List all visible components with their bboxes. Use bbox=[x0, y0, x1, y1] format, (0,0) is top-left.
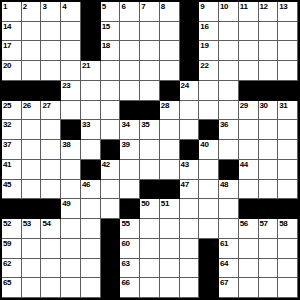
black-square bbox=[120, 101, 140, 121]
black-square bbox=[41, 199, 61, 219]
white-square[interactable] bbox=[199, 160, 219, 180]
white-square[interactable]: 21 bbox=[81, 61, 101, 81]
white-square[interactable] bbox=[22, 61, 42, 81]
white-square[interactable] bbox=[259, 160, 279, 180]
white-square[interactable]: 24 bbox=[180, 81, 200, 101]
white-square[interactable]: 16 bbox=[199, 22, 219, 42]
white-square[interactable]: 25 bbox=[2, 101, 22, 121]
black-square bbox=[41, 81, 61, 101]
white-square[interactable]: 14 bbox=[2, 22, 22, 42]
white-square[interactable] bbox=[120, 61, 140, 81]
white-square[interactable] bbox=[41, 140, 61, 160]
clue-number: 28 bbox=[161, 101, 169, 110]
black-square bbox=[2, 81, 22, 101]
clue-number: 61 bbox=[220, 239, 228, 248]
white-square[interactable] bbox=[259, 278, 279, 298]
white-square[interactable]: 5 bbox=[101, 2, 121, 22]
white-square[interactable] bbox=[160, 259, 180, 279]
clue-number: 67 bbox=[220, 278, 228, 287]
white-square[interactable] bbox=[41, 259, 61, 279]
white-square[interactable]: 45 bbox=[2, 180, 22, 200]
white-square[interactable] bbox=[140, 278, 160, 298]
white-square[interactable] bbox=[278, 278, 298, 298]
black-square bbox=[101, 239, 121, 259]
white-square[interactable] bbox=[101, 199, 121, 219]
white-square[interactable]: 19 bbox=[199, 41, 219, 61]
white-square[interactable]: 30 bbox=[259, 101, 279, 121]
white-square[interactable] bbox=[140, 22, 160, 42]
white-square[interactable] bbox=[239, 61, 259, 81]
black-square bbox=[2, 199, 22, 219]
white-square[interactable] bbox=[22, 160, 42, 180]
white-square[interactable] bbox=[140, 41, 160, 61]
white-square[interactable]: 18 bbox=[101, 41, 121, 61]
white-square[interactable]: 47 bbox=[180, 180, 200, 200]
white-square[interactable] bbox=[199, 81, 219, 101]
white-square[interactable] bbox=[199, 180, 219, 200]
white-square[interactable] bbox=[278, 180, 298, 200]
white-square[interactable]: 65 bbox=[2, 278, 22, 298]
white-square[interactable] bbox=[259, 180, 279, 200]
white-square[interactable] bbox=[120, 81, 140, 101]
white-square[interactable] bbox=[219, 140, 239, 160]
white-square[interactable]: 42 bbox=[101, 160, 121, 180]
black-square bbox=[219, 160, 239, 180]
white-square[interactable] bbox=[61, 160, 81, 180]
white-square[interactable]: 67 bbox=[219, 278, 239, 298]
white-square[interactable] bbox=[41, 180, 61, 200]
white-square[interactable]: 17 bbox=[2, 41, 22, 61]
white-square[interactable] bbox=[160, 41, 180, 61]
clue-number: 56 bbox=[240, 219, 248, 228]
white-square[interactable] bbox=[61, 61, 81, 81]
white-square[interactable] bbox=[81, 140, 101, 160]
white-square[interactable] bbox=[239, 180, 259, 200]
clue-number: 22 bbox=[200, 61, 208, 70]
white-square[interactable]: 12 bbox=[259, 2, 279, 22]
white-square[interactable]: 7 bbox=[140, 2, 160, 22]
white-square[interactable] bbox=[180, 259, 200, 279]
white-square[interactable] bbox=[41, 278, 61, 298]
black-square bbox=[199, 259, 219, 279]
white-square[interactable] bbox=[160, 140, 180, 160]
white-square[interactable]: 35 bbox=[140, 120, 160, 140]
clue-number: 7 bbox=[141, 2, 145, 11]
white-square[interactable] bbox=[81, 101, 101, 121]
white-square[interactable] bbox=[140, 160, 160, 180]
white-square[interactable]: 10 bbox=[219, 2, 239, 22]
clue-number: 8 bbox=[161, 2, 165, 11]
white-square[interactable] bbox=[101, 81, 121, 101]
white-square[interactable] bbox=[120, 180, 140, 200]
clue-number: 30 bbox=[260, 101, 268, 110]
white-square[interactable] bbox=[140, 81, 160, 101]
white-square[interactable] bbox=[259, 239, 279, 259]
clue-number: 37 bbox=[3, 140, 11, 149]
clue-number: 38 bbox=[62, 140, 70, 149]
white-square[interactable]: 32 bbox=[2, 120, 22, 140]
clue-number: 66 bbox=[121, 278, 129, 287]
white-square[interactable]: 34 bbox=[120, 120, 140, 140]
white-square[interactable] bbox=[239, 120, 259, 140]
white-square[interactable] bbox=[278, 41, 298, 61]
clue-number: 54 bbox=[42, 219, 50, 228]
white-square[interactable] bbox=[101, 61, 121, 81]
white-square[interactable] bbox=[22, 41, 42, 61]
white-square[interactable] bbox=[160, 120, 180, 140]
white-square[interactable] bbox=[22, 22, 42, 42]
white-square[interactable] bbox=[278, 160, 298, 180]
black-square bbox=[120, 199, 140, 219]
clue-number: 1 bbox=[3, 2, 7, 11]
white-square[interactable] bbox=[22, 140, 42, 160]
white-square[interactable]: 28 bbox=[160, 101, 180, 121]
black-square bbox=[259, 199, 279, 219]
white-square[interactable]: 36 bbox=[219, 120, 239, 140]
white-square[interactable]: 44 bbox=[239, 160, 259, 180]
clue-number: 23 bbox=[62, 81, 70, 90]
white-square[interactable] bbox=[219, 101, 239, 121]
black-square bbox=[180, 61, 200, 81]
black-square bbox=[81, 22, 101, 42]
clue-number: 17 bbox=[3, 41, 11, 50]
white-square[interactable]: 51 bbox=[160, 199, 180, 219]
clue-number: 10 bbox=[220, 2, 228, 11]
black-square bbox=[22, 199, 42, 219]
black-square bbox=[22, 81, 42, 101]
clue-number: 29 bbox=[240, 101, 248, 110]
white-square[interactable] bbox=[278, 61, 298, 81]
white-square[interactable]: 1 bbox=[2, 2, 22, 22]
clue-number: 9 bbox=[200, 2, 204, 11]
black-square bbox=[278, 81, 298, 101]
white-square[interactable] bbox=[81, 278, 101, 298]
clue-number: 60 bbox=[121, 239, 129, 248]
clue-number: 12 bbox=[260, 2, 268, 11]
white-square[interactable] bbox=[120, 22, 140, 42]
white-square[interactable] bbox=[22, 259, 42, 279]
white-square[interactable] bbox=[22, 239, 42, 259]
white-square[interactable]: 4 bbox=[61, 2, 81, 22]
white-square[interactable]: 48 bbox=[219, 180, 239, 200]
white-square[interactable] bbox=[219, 81, 239, 101]
white-square[interactable]: 15 bbox=[101, 22, 121, 42]
white-square[interactable] bbox=[180, 239, 200, 259]
white-square[interactable] bbox=[22, 278, 42, 298]
white-square[interactable]: 11 bbox=[239, 2, 259, 22]
clue-number: 48 bbox=[220, 180, 228, 189]
black-square bbox=[101, 259, 121, 279]
white-square[interactable]: 54 bbox=[41, 219, 61, 239]
white-square[interactable] bbox=[259, 61, 279, 81]
white-square[interactable] bbox=[140, 140, 160, 160]
white-square[interactable]: 39 bbox=[120, 140, 140, 160]
black-square bbox=[81, 2, 101, 22]
white-square[interactable] bbox=[160, 61, 180, 81]
white-square[interactable]: 61 bbox=[219, 239, 239, 259]
white-square[interactable] bbox=[219, 199, 239, 219]
white-square[interactable] bbox=[41, 41, 61, 61]
clue-number: 15 bbox=[102, 22, 110, 31]
white-square[interactable]: 41 bbox=[2, 160, 22, 180]
black-square bbox=[81, 160, 101, 180]
white-square[interactable] bbox=[199, 199, 219, 219]
white-square[interactable] bbox=[140, 219, 160, 239]
white-square[interactable] bbox=[41, 120, 61, 140]
black-square bbox=[239, 199, 259, 219]
white-square[interactable] bbox=[140, 239, 160, 259]
white-square[interactable]: 27 bbox=[41, 101, 61, 121]
white-square[interactable] bbox=[259, 120, 279, 140]
white-square[interactable]: 31 bbox=[278, 101, 298, 121]
clue-number: 6 bbox=[121, 2, 125, 11]
clue-number: 14 bbox=[3, 22, 11, 31]
white-square[interactable] bbox=[259, 259, 279, 279]
white-square[interactable]: 29 bbox=[239, 101, 259, 121]
white-square[interactable] bbox=[239, 278, 259, 298]
white-square[interactable] bbox=[180, 199, 200, 219]
white-square[interactable] bbox=[22, 120, 42, 140]
white-square[interactable] bbox=[278, 22, 298, 42]
white-square[interactable] bbox=[81, 259, 101, 279]
white-square[interactable]: 64 bbox=[219, 259, 239, 279]
white-square[interactable] bbox=[219, 61, 239, 81]
clue-number: 33 bbox=[82, 120, 90, 129]
white-square[interactable] bbox=[278, 120, 298, 140]
clue-number: 5 bbox=[102, 2, 106, 11]
white-square[interactable]: 9 bbox=[199, 2, 219, 22]
white-square[interactable] bbox=[219, 219, 239, 239]
white-square[interactable] bbox=[160, 160, 180, 180]
white-square[interactable]: 8 bbox=[160, 2, 180, 22]
white-square[interactable]: 43 bbox=[180, 160, 200, 180]
white-square[interactable]: 33 bbox=[81, 120, 101, 140]
white-square[interactable] bbox=[278, 140, 298, 160]
white-square[interactable] bbox=[61, 180, 81, 200]
white-square[interactable] bbox=[259, 140, 279, 160]
white-square[interactable] bbox=[41, 160, 61, 180]
white-square[interactable] bbox=[41, 22, 61, 42]
white-square[interactable] bbox=[61, 219, 81, 239]
white-square[interactable] bbox=[61, 41, 81, 61]
white-square[interactable] bbox=[41, 61, 61, 81]
clue-number: 58 bbox=[279, 219, 287, 228]
clue-number: 45 bbox=[3, 180, 11, 189]
clue-number: 42 bbox=[102, 160, 110, 169]
black-square bbox=[180, 2, 200, 22]
white-square[interactable] bbox=[61, 101, 81, 121]
white-square[interactable]: 2 bbox=[22, 2, 42, 22]
white-square[interactable]: 49 bbox=[61, 199, 81, 219]
white-square[interactable] bbox=[239, 22, 259, 42]
black-square bbox=[180, 41, 200, 61]
black-square bbox=[199, 278, 219, 298]
clue-number: 46 bbox=[82, 180, 90, 189]
clue-number: 27 bbox=[42, 101, 50, 110]
white-square[interactable] bbox=[259, 22, 279, 42]
clue-number: 53 bbox=[23, 219, 31, 228]
white-square[interactable] bbox=[199, 101, 219, 121]
white-square[interactable]: 50 bbox=[140, 199, 160, 219]
white-square[interactable] bbox=[160, 219, 180, 239]
black-square bbox=[140, 101, 160, 121]
black-square bbox=[259, 81, 279, 101]
clue-number: 36 bbox=[220, 120, 228, 129]
white-square[interactable] bbox=[81, 199, 101, 219]
white-square[interactable]: 37 bbox=[2, 140, 22, 160]
black-square bbox=[160, 180, 180, 200]
white-square[interactable]: 20 bbox=[2, 61, 22, 81]
clue-number: 51 bbox=[161, 199, 169, 208]
white-square[interactable] bbox=[81, 219, 101, 239]
white-square[interactable] bbox=[180, 120, 200, 140]
white-square[interactable] bbox=[259, 41, 279, 61]
clue-number: 18 bbox=[102, 41, 110, 50]
white-square[interactable]: 53 bbox=[22, 219, 42, 239]
clue-number: 25 bbox=[3, 101, 11, 110]
white-square[interactable]: 23 bbox=[61, 81, 81, 101]
black-square bbox=[239, 81, 259, 101]
white-square[interactable] bbox=[160, 239, 180, 259]
black-square bbox=[81, 41, 101, 61]
white-square[interactable]: 13 bbox=[278, 2, 298, 22]
white-square[interactable] bbox=[278, 239, 298, 259]
clue-number: 62 bbox=[3, 259, 11, 268]
clue-number: 16 bbox=[200, 22, 208, 31]
white-square[interactable] bbox=[101, 101, 121, 121]
clue-number: 57 bbox=[260, 219, 268, 228]
black-square bbox=[199, 120, 219, 140]
white-square[interactable]: 57 bbox=[259, 219, 279, 239]
white-square[interactable]: 52 bbox=[2, 219, 22, 239]
white-square[interactable] bbox=[239, 41, 259, 61]
white-square[interactable]: 59 bbox=[2, 239, 22, 259]
white-square[interactable] bbox=[239, 140, 259, 160]
clue-number: 63 bbox=[121, 259, 129, 268]
white-square[interactable] bbox=[61, 239, 81, 259]
clue-number: 11 bbox=[240, 2, 248, 11]
white-square[interactable]: 66 bbox=[120, 278, 140, 298]
white-square[interactable] bbox=[160, 22, 180, 42]
white-square[interactable] bbox=[219, 22, 239, 42]
white-square[interactable] bbox=[239, 259, 259, 279]
black-square bbox=[160, 81, 180, 101]
white-square[interactable] bbox=[180, 101, 200, 121]
clue-number: 47 bbox=[181, 180, 189, 189]
white-square[interactable]: 3 bbox=[41, 2, 61, 22]
black-square bbox=[101, 278, 121, 298]
clue-number: 19 bbox=[200, 41, 208, 50]
white-square[interactable]: 22 bbox=[199, 61, 219, 81]
white-square[interactable] bbox=[180, 219, 200, 239]
white-square[interactable] bbox=[140, 61, 160, 81]
white-square[interactable] bbox=[101, 120, 121, 140]
white-square[interactable] bbox=[120, 41, 140, 61]
clue-number: 59 bbox=[3, 239, 11, 248]
black-square bbox=[101, 140, 121, 160]
clue-number: 39 bbox=[121, 140, 129, 149]
clue-number: 26 bbox=[23, 101, 31, 110]
white-square[interactable] bbox=[278, 259, 298, 279]
white-square[interactable]: 40 bbox=[199, 140, 219, 160]
clue-number: 50 bbox=[141, 199, 149, 208]
white-square[interactable]: 55 bbox=[120, 219, 140, 239]
clue-number: 31 bbox=[279, 101, 287, 110]
clue-number: 20 bbox=[3, 61, 11, 70]
white-square[interactable] bbox=[120, 160, 140, 180]
clue-number: 24 bbox=[181, 81, 189, 90]
white-square[interactable] bbox=[101, 180, 121, 200]
white-square[interactable]: 63 bbox=[120, 259, 140, 279]
clue-number: 40 bbox=[200, 140, 208, 149]
black-square bbox=[140, 180, 160, 200]
white-square[interactable] bbox=[81, 239, 101, 259]
black-square bbox=[199, 239, 219, 259]
white-square[interactable]: 60 bbox=[120, 239, 140, 259]
clue-number: 3 bbox=[42, 2, 46, 11]
white-square[interactable]: 46 bbox=[81, 180, 101, 200]
white-square[interactable]: 38 bbox=[61, 140, 81, 160]
white-square[interactable] bbox=[22, 180, 42, 200]
clue-number: 21 bbox=[82, 61, 90, 70]
clue-number: 32 bbox=[3, 120, 11, 129]
white-square[interactable]: 6 bbox=[120, 2, 140, 22]
white-square[interactable] bbox=[199, 219, 219, 239]
white-square[interactable]: 56 bbox=[239, 219, 259, 239]
clue-number: 64 bbox=[220, 259, 228, 268]
clue-number: 13 bbox=[279, 2, 287, 11]
clue-number: 65 bbox=[3, 278, 11, 287]
clue-number: 49 bbox=[62, 199, 70, 208]
black-square bbox=[180, 22, 200, 42]
black-square bbox=[61, 120, 81, 140]
clue-number: 55 bbox=[121, 219, 129, 228]
black-square bbox=[180, 140, 200, 160]
black-square bbox=[101, 219, 121, 239]
clue-number: 34 bbox=[121, 120, 129, 129]
clue-number: 43 bbox=[181, 160, 189, 169]
black-square bbox=[278, 199, 298, 219]
white-square[interactable]: 26 bbox=[22, 101, 42, 121]
white-square[interactable] bbox=[239, 239, 259, 259]
clue-number: 41 bbox=[3, 160, 11, 169]
white-square[interactable] bbox=[140, 259, 160, 279]
crossword-grid: 1234567891011121314151617181920212223242… bbox=[0, 0, 300, 300]
white-square[interactable] bbox=[61, 22, 81, 42]
clue-number: 2 bbox=[23, 2, 27, 11]
white-square[interactable]: 58 bbox=[278, 219, 298, 239]
white-square[interactable] bbox=[81, 81, 101, 101]
white-square[interactable] bbox=[41, 239, 61, 259]
clue-number: 4 bbox=[62, 2, 66, 11]
white-square[interactable] bbox=[61, 278, 81, 298]
white-square[interactable] bbox=[180, 278, 200, 298]
white-square[interactable] bbox=[61, 259, 81, 279]
white-square[interactable] bbox=[219, 41, 239, 61]
white-square[interactable] bbox=[160, 278, 180, 298]
white-square[interactable]: 62 bbox=[2, 259, 22, 279]
clue-number: 35 bbox=[141, 120, 149, 129]
clue-number: 52 bbox=[3, 219, 11, 228]
clue-number: 44 bbox=[240, 160, 248, 169]
